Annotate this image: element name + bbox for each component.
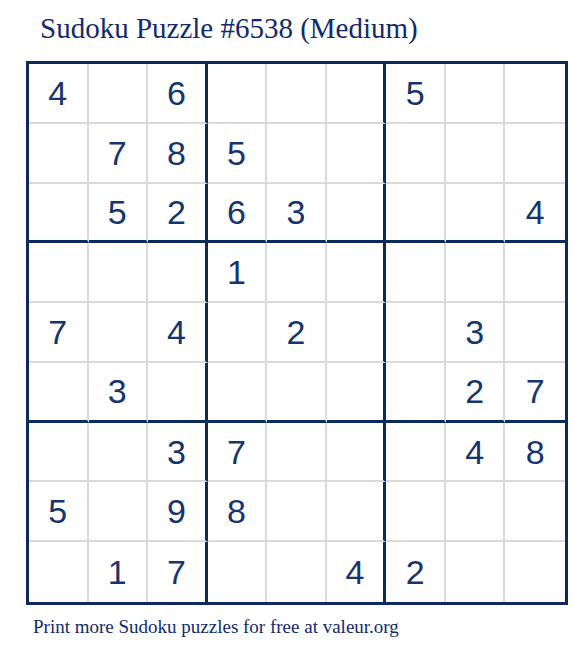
sudoku-cell-r8c6 bbox=[327, 482, 387, 542]
sudoku-cell-r4c1 bbox=[29, 243, 89, 303]
sudoku-cell-r5c4 bbox=[208, 303, 268, 363]
sudoku-cell-r4c9 bbox=[505, 243, 565, 303]
sudoku-board: 465785526341742332737485981742 bbox=[26, 61, 568, 605]
sudoku-cell-r9c5 bbox=[267, 542, 327, 602]
sudoku-cell-r9c1 bbox=[29, 542, 89, 602]
sudoku-cell-r5c7 bbox=[386, 303, 446, 363]
sudoku-cell-r1c9 bbox=[505, 64, 565, 124]
sudoku-cell-r9c3: 7 bbox=[148, 542, 208, 602]
sudoku-cell-r8c2 bbox=[89, 482, 149, 542]
sudoku-cell-r7c8: 4 bbox=[446, 423, 506, 483]
sudoku-cell-r4c8 bbox=[446, 243, 506, 303]
footer-note: Print more Sudoku puzzles for free at va… bbox=[33, 616, 399, 638]
sudoku-cell-r4c7 bbox=[386, 243, 446, 303]
sudoku-cell-r4c5 bbox=[267, 243, 327, 303]
sudoku-cell-r9c8 bbox=[446, 542, 506, 602]
sudoku-cell-r4c3 bbox=[148, 243, 208, 303]
sudoku-cell-r5c6 bbox=[327, 303, 387, 363]
sudoku-cell-r1c1: 4 bbox=[29, 64, 89, 124]
sudoku-cell-r5c5: 2 bbox=[267, 303, 327, 363]
sudoku-cell-r5c9 bbox=[505, 303, 565, 363]
sudoku-cell-r9c6: 4 bbox=[327, 542, 387, 602]
sudoku-cell-r7c1 bbox=[29, 423, 89, 483]
sudoku-cell-r7c6 bbox=[327, 423, 387, 483]
sudoku-cell-r3c8 bbox=[446, 184, 506, 244]
sudoku-cell-r2c7 bbox=[386, 124, 446, 184]
sudoku-cell-r6c1 bbox=[29, 363, 89, 423]
sudoku-cell-r3c1 bbox=[29, 184, 89, 244]
sudoku-cell-r8c3: 9 bbox=[148, 482, 208, 542]
sudoku-cell-r1c6 bbox=[327, 64, 387, 124]
sudoku-cell-r5c8: 3 bbox=[446, 303, 506, 363]
sudoku-cell-r4c4: 1 bbox=[208, 243, 268, 303]
sudoku-cell-r6c4 bbox=[208, 363, 268, 423]
sudoku-cell-r3c2: 5 bbox=[89, 184, 149, 244]
sudoku-cell-r1c7: 5 bbox=[386, 64, 446, 124]
sudoku-cell-r2c5 bbox=[267, 124, 327, 184]
sudoku-cell-r2c1 bbox=[29, 124, 89, 184]
sudoku-cell-r3c9: 4 bbox=[505, 184, 565, 244]
sudoku-cell-r9c4 bbox=[208, 542, 268, 602]
sudoku-cell-r6c6 bbox=[327, 363, 387, 423]
sudoku-cell-r2c3: 8 bbox=[148, 124, 208, 184]
sudoku-cell-r3c3: 2 bbox=[148, 184, 208, 244]
sudoku-cell-r6c8: 2 bbox=[446, 363, 506, 423]
sudoku-cell-r7c5 bbox=[267, 423, 327, 483]
sudoku-cell-r2c4: 5 bbox=[208, 124, 268, 184]
sudoku-cell-r7c7 bbox=[386, 423, 446, 483]
sudoku-cell-r6c9: 7 bbox=[505, 363, 565, 423]
sudoku-cell-r1c4 bbox=[208, 64, 268, 124]
sudoku-cell-r7c3: 3 bbox=[148, 423, 208, 483]
sudoku-cell-r6c5 bbox=[267, 363, 327, 423]
sudoku-cell-r6c7 bbox=[386, 363, 446, 423]
sudoku-cell-r7c4: 7 bbox=[208, 423, 268, 483]
sudoku-cell-r7c2 bbox=[89, 423, 149, 483]
sudoku-cell-r8c4: 8 bbox=[208, 482, 268, 542]
sudoku-cell-r3c5: 3 bbox=[267, 184, 327, 244]
sudoku-cell-r7c9: 8 bbox=[505, 423, 565, 483]
sudoku-cell-r5c1: 7 bbox=[29, 303, 89, 363]
sudoku-cell-r9c9 bbox=[505, 542, 565, 602]
sudoku-cell-r1c5 bbox=[267, 64, 327, 124]
sudoku-cell-r2c8 bbox=[446, 124, 506, 184]
sudoku-cell-r2c6 bbox=[327, 124, 387, 184]
sudoku-cell-r8c7 bbox=[386, 482, 446, 542]
sudoku-cell-r8c1: 5 bbox=[29, 482, 89, 542]
sudoku-cell-r1c2 bbox=[89, 64, 149, 124]
sudoku-cell-r8c8 bbox=[446, 482, 506, 542]
page-title: Sudoku Puzzle #6538 (Medium) bbox=[40, 12, 418, 45]
sudoku-cell-r5c2 bbox=[89, 303, 149, 363]
sudoku-cell-r8c5 bbox=[267, 482, 327, 542]
sudoku-cell-r9c2: 1 bbox=[89, 542, 149, 602]
sudoku-cell-r3c6 bbox=[327, 184, 387, 244]
sudoku-cell-r8c9 bbox=[505, 482, 565, 542]
sudoku-cell-r2c2: 7 bbox=[89, 124, 149, 184]
sudoku-cell-r4c6 bbox=[327, 243, 387, 303]
sudoku-cell-r2c9 bbox=[505, 124, 565, 184]
sudoku-cell-r3c7 bbox=[386, 184, 446, 244]
sudoku-cell-r1c8 bbox=[446, 64, 506, 124]
sudoku-cell-r5c3: 4 bbox=[148, 303, 208, 363]
sudoku-cell-r4c2 bbox=[89, 243, 149, 303]
sudoku-cell-r1c3: 6 bbox=[148, 64, 208, 124]
sudoku-cell-r6c2: 3 bbox=[89, 363, 149, 423]
sudoku-cell-r6c3 bbox=[148, 363, 208, 423]
sudoku-cell-r9c7: 2 bbox=[386, 542, 446, 602]
sudoku-cell-r3c4: 6 bbox=[208, 184, 268, 244]
